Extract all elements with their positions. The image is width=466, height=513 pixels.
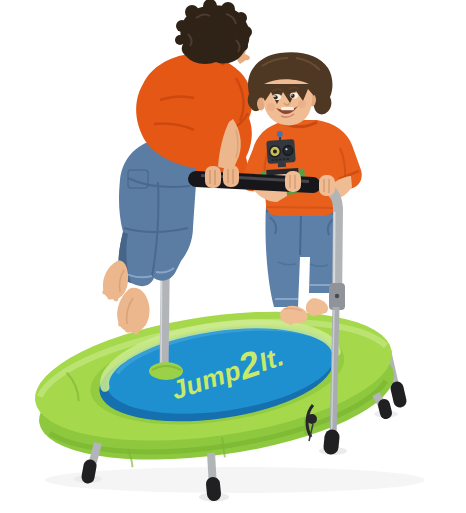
pad-fold-around-pole: [149, 362, 183, 380]
pole-foot: [331, 437, 332, 447]
older-boy-head: [175, 0, 252, 64]
product-photo: Jump2It.: [0, 0, 466, 513]
adjust-knob: [307, 414, 317, 424]
younger-boy-jeans: [265, 205, 338, 307]
older-boy-hair: [175, 0, 252, 64]
younger-boy-shirt: [241, 120, 361, 216]
younger-boy-head: [248, 52, 333, 125]
